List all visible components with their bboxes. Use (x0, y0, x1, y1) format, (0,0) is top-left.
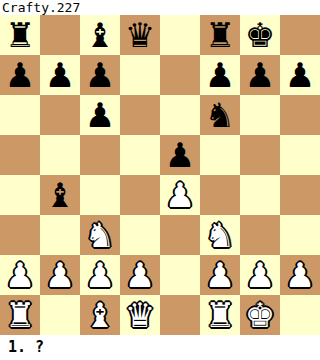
square-d5[interactable] (120, 135, 160, 175)
square-e6[interactable] (160, 95, 200, 135)
square-d6[interactable] (120, 95, 160, 135)
square-c4[interactable] (80, 175, 120, 215)
square-c2[interactable]: ♟ (80, 255, 120, 295)
square-a8[interactable]: ♜ (0, 15, 40, 55)
piece-white-pawn: ♟ (205, 255, 235, 295)
square-e3[interactable] (160, 215, 200, 255)
square-a6[interactable] (0, 95, 40, 135)
piece-black-pawn: ♟ (85, 55, 115, 95)
square-d4[interactable] (120, 175, 160, 215)
square-b6[interactable] (40, 95, 80, 135)
piece-white-rook: ♜ (5, 295, 35, 335)
chess-board: ♜♝♛♜♚♟♟♟♟♟♟♟♞♟♝♟♞♞♟♟♟♟♟♟♟♜♝♛♜♚ (0, 15, 320, 335)
square-f3[interactable]: ♞ (200, 215, 240, 255)
square-b7[interactable]: ♟ (40, 55, 80, 95)
square-b8[interactable] (40, 15, 80, 55)
piece-black-bishop: ♝ (85, 15, 115, 55)
piece-white-pawn: ♟ (125, 255, 155, 295)
square-f6[interactable]: ♞ (200, 95, 240, 135)
square-d8[interactable]: ♛ (120, 15, 160, 55)
square-g8[interactable]: ♚ (240, 15, 280, 55)
piece-black-pawn: ♟ (245, 55, 275, 95)
square-e1[interactable] (160, 295, 200, 335)
piece-white-knight: ♞ (85, 215, 115, 255)
square-h3[interactable] (280, 215, 320, 255)
square-e5[interactable]: ♟ (160, 135, 200, 175)
square-c7[interactable]: ♟ (80, 55, 120, 95)
piece-white-pawn: ♟ (85, 255, 115, 295)
square-g7[interactable]: ♟ (240, 55, 280, 95)
square-h7[interactable]: ♟ (280, 55, 320, 95)
piece-black-pawn: ♟ (205, 55, 235, 95)
square-h5[interactable] (280, 135, 320, 175)
piece-white-pawn: ♟ (285, 255, 315, 295)
square-d3[interactable] (120, 215, 160, 255)
square-a3[interactable] (0, 215, 40, 255)
piece-white-rook: ♜ (205, 295, 235, 335)
piece-black-rook: ♜ (5, 15, 35, 55)
square-d7[interactable] (120, 55, 160, 95)
square-c5[interactable] (80, 135, 120, 175)
piece-black-knight: ♞ (205, 95, 235, 135)
square-g3[interactable] (240, 215, 280, 255)
square-h6[interactable] (280, 95, 320, 135)
piece-white-bishop: ♝ (85, 295, 115, 335)
square-b5[interactable] (40, 135, 80, 175)
square-a5[interactable] (0, 135, 40, 175)
square-b4[interactable]: ♝ (40, 175, 80, 215)
piece-white-pawn: ♟ (245, 255, 275, 295)
square-b3[interactable] (40, 215, 80, 255)
piece-black-pawn: ♟ (165, 135, 195, 175)
piece-white-pawn: ♟ (5, 255, 35, 295)
square-g2[interactable]: ♟ (240, 255, 280, 295)
piece-white-pawn: ♟ (45, 255, 75, 295)
square-a1[interactable]: ♜ (0, 295, 40, 335)
piece-black-bishop: ♝ (45, 175, 75, 215)
square-g5[interactable] (240, 135, 280, 175)
square-c6[interactable]: ♟ (80, 95, 120, 135)
square-e2[interactable] (160, 255, 200, 295)
square-h2[interactable]: ♟ (280, 255, 320, 295)
square-e7[interactable] (160, 55, 200, 95)
piece-white-pawn: ♟ (165, 175, 195, 215)
piece-white-queen: ♛ (125, 295, 155, 335)
square-b2[interactable]: ♟ (40, 255, 80, 295)
square-h8[interactable] (280, 15, 320, 55)
square-d1[interactable]: ♛ (120, 295, 160, 335)
piece-black-queen: ♛ (125, 15, 155, 55)
piece-black-pawn: ♟ (285, 55, 315, 95)
square-h4[interactable] (280, 175, 320, 215)
square-f8[interactable]: ♜ (200, 15, 240, 55)
square-h1[interactable] (280, 295, 320, 335)
square-c1[interactable]: ♝ (80, 295, 120, 335)
square-f4[interactable] (200, 175, 240, 215)
piece-black-king: ♚ (245, 15, 275, 55)
square-f5[interactable] (200, 135, 240, 175)
square-f2[interactable]: ♟ (200, 255, 240, 295)
square-e8[interactable] (160, 15, 200, 55)
square-a7[interactable]: ♟ (0, 55, 40, 95)
square-d2[interactable]: ♟ (120, 255, 160, 295)
piece-white-king: ♚ (245, 295, 275, 335)
piece-black-pawn: ♟ (45, 55, 75, 95)
piece-white-knight: ♞ (205, 215, 235, 255)
square-b1[interactable] (40, 295, 80, 335)
move-prompt: 1. ? (0, 335, 320, 360)
square-g1[interactable]: ♚ (240, 295, 280, 335)
square-c8[interactable]: ♝ (80, 15, 120, 55)
piece-black-rook: ♜ (205, 15, 235, 55)
square-g6[interactable] (240, 95, 280, 135)
square-g4[interactable] (240, 175, 280, 215)
piece-black-pawn: ♟ (5, 55, 35, 95)
window-title: Crafty.227 (0, 0, 320, 15)
crafty-window: Crafty.227 ♜♝♛♜♚♟♟♟♟♟♟♟♞♟♝♟♞♞♟♟♟♟♟♟♟♜♝♛♜… (0, 0, 320, 360)
square-a2[interactable]: ♟ (0, 255, 40, 295)
square-a4[interactable] (0, 175, 40, 215)
square-c3[interactable]: ♞ (80, 215, 120, 255)
square-e4[interactable]: ♟ (160, 175, 200, 215)
piece-black-pawn: ♟ (85, 95, 115, 135)
square-f1[interactable]: ♜ (200, 295, 240, 335)
square-f7[interactable]: ♟ (200, 55, 240, 95)
